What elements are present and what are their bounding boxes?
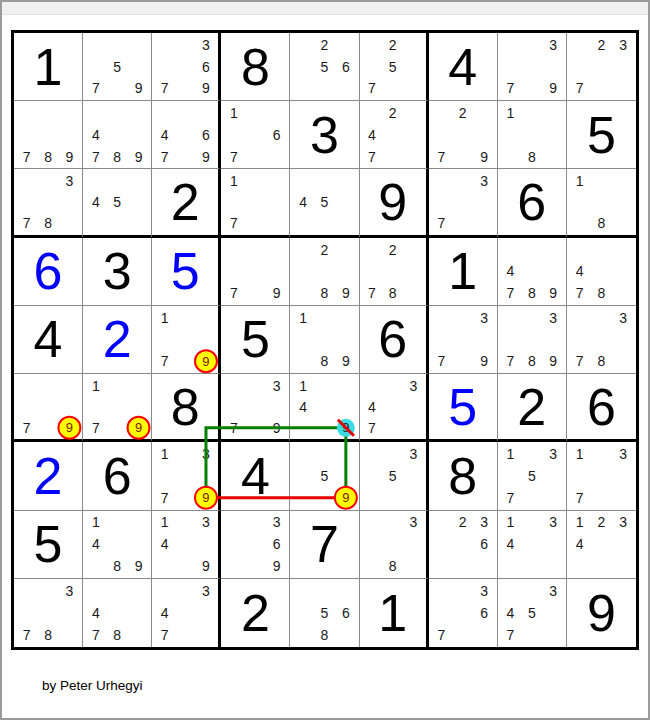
candidate-r2c1-4 xyxy=(16,124,37,146)
candidate-r8c7-9 xyxy=(473,555,494,577)
cell-r9c3[interactable]: 347 xyxy=(152,579,221,647)
candidate-r2c6-1 xyxy=(362,102,383,124)
candidate-r9c1-5 xyxy=(37,602,58,624)
candidate-r2c7-6 xyxy=(473,124,494,146)
cell-r2c9[interactable]: 5 xyxy=(567,101,636,169)
cell-r2c6[interactable]: 247 xyxy=(360,101,429,169)
candidate-r7c3-6 xyxy=(196,465,217,487)
candidate-r4c5-7 xyxy=(292,282,313,304)
candidate-r2c3-9: 9 xyxy=(196,146,217,168)
candidate-r2c7-3 xyxy=(473,102,494,124)
candidate-r7c9-6 xyxy=(612,465,634,487)
candidate-r2c2-1 xyxy=(85,102,106,124)
cell-r1c8[interactable]: 379 xyxy=(498,33,567,101)
cell-r5c8[interactable]: 3789 xyxy=(498,306,567,374)
candidate-r8c3-2 xyxy=(175,512,196,534)
candidate-r7c6-3: 3 xyxy=(403,443,424,465)
candidate-r6c1-3 xyxy=(59,375,80,396)
candidate-r7c9-8 xyxy=(591,487,613,509)
candidate-r8c3-6 xyxy=(196,533,217,555)
candidate-r3c5-5: 5 xyxy=(314,192,335,213)
candidate-r3c2-1 xyxy=(85,170,106,191)
candidate-r2c7-2: 2 xyxy=(452,102,473,124)
solved-digit-r4c1: 6 xyxy=(14,238,82,305)
candidate-r2c6-5 xyxy=(382,124,403,146)
cell-r5c9[interactable]: 378 xyxy=(567,306,636,374)
candidate-r2c8-4 xyxy=(500,124,521,146)
candidate-r2c8-5 xyxy=(521,124,542,146)
candidate-r1c3-4 xyxy=(154,56,175,78)
cell-r2c2[interactable]: 4789 xyxy=(83,101,152,169)
candidate-r2c2-7: 7 xyxy=(85,146,106,168)
pencil-marks-r5c8: 3789 xyxy=(498,306,566,373)
cell-r3c3[interactable]: 2 xyxy=(152,169,221,237)
candidate-r7c8-4 xyxy=(500,465,521,487)
cell-r6c3[interactable]: 8 xyxy=(152,374,221,442)
candidate-r1c5-1 xyxy=(292,34,313,56)
candidate-r8c8-5 xyxy=(521,533,542,555)
candidate-r1c9-1 xyxy=(569,34,591,56)
candidate-r1c3-1 xyxy=(154,34,175,56)
candidate-r8c4-6: 6 xyxy=(266,533,287,555)
pencil-marks-r9c8: 3457 xyxy=(498,579,566,647)
candidate-r8c7-7 xyxy=(431,555,452,577)
candidate-r4c5-5 xyxy=(314,260,335,282)
candidate-r4c4-9: 9 xyxy=(266,282,287,304)
candidate-r8c9-7 xyxy=(569,555,591,577)
cell-r8c1[interactable]: 5 xyxy=(14,511,83,579)
candidate-r6c4-2 xyxy=(245,375,266,396)
candidate-r6c1-2 xyxy=(37,375,58,396)
candidate-r5c5-2 xyxy=(314,307,335,329)
pencil-marks-r9c7: 367 xyxy=(429,579,497,647)
candidate-r3c5-7 xyxy=(292,213,313,234)
candidate-r3c5-6 xyxy=(335,192,356,213)
cell-r1c1[interactable]: 1 xyxy=(14,33,83,101)
cell-r8c5[interactable]: 7 xyxy=(290,511,359,579)
candidate-r2c1-8: 8 xyxy=(37,146,58,168)
candidate-r8c8-2 xyxy=(521,512,542,534)
candidate-r4c4-4 xyxy=(223,260,244,282)
candidate-r3c7-9 xyxy=(473,213,494,234)
candidate-r3c7-6 xyxy=(473,192,494,213)
cell-r2c5[interactable]: 3 xyxy=(290,101,359,169)
candidate-r9c5-4 xyxy=(292,602,313,624)
candidate-r3c2-9 xyxy=(128,213,149,234)
pencil-marks-r3c1: 378 xyxy=(14,169,82,234)
candidate-r1c6-3 xyxy=(403,34,424,56)
candidate-r8c6-9 xyxy=(403,555,424,577)
candidate-r2c2-3 xyxy=(128,102,149,124)
cell-r3c6[interactable]: 9 xyxy=(360,169,429,237)
cell-r7c9[interactable]: 137 xyxy=(567,442,636,510)
cell-r5c3[interactable]: 179 xyxy=(152,306,221,374)
candidate-r9c3-6 xyxy=(196,602,217,624)
candidate-r3c2-8 xyxy=(106,213,127,234)
candidate-r6c1-8 xyxy=(37,417,58,438)
candidate-r6c5-7 xyxy=(292,417,313,438)
cell-r8c7[interactable]: 236 xyxy=(429,511,498,579)
candidate-r7c3-1: 1 xyxy=(154,443,175,465)
pencil-marks-r5c7: 379 xyxy=(429,306,497,373)
cell-r7c6[interactable]: 35 xyxy=(360,442,429,510)
candidate-r2c2-2 xyxy=(106,102,127,124)
candidate-r6c4-6 xyxy=(266,396,287,417)
candidate-r6c2-8 xyxy=(106,417,127,438)
candidate-r9c5-1 xyxy=(292,580,313,602)
sudoku-window: 1579367982562574379237789478946791673247… xyxy=(0,0,650,720)
candidate-r8c3-7 xyxy=(154,555,175,577)
solved-digit-r3c6: 9 xyxy=(360,169,426,234)
candidate-r4c6-9 xyxy=(403,282,424,304)
cell-r7c8[interactable]: 1357 xyxy=(498,442,567,510)
candidate-r8c7-5 xyxy=(452,533,473,555)
cell-r4c9[interactable]: 478 xyxy=(567,238,636,306)
candidate-r8c2-7 xyxy=(85,555,106,577)
cell-r2c1[interactable]: 789 xyxy=(14,101,83,169)
candidate-r7c8-9 xyxy=(543,487,564,509)
candidate-r6c6-8 xyxy=(382,417,403,438)
candidate-r9c7-5 xyxy=(452,602,473,624)
candidate-r3c1-5 xyxy=(37,192,58,213)
candidate-r6c6-1 xyxy=(362,375,383,396)
pencil-marks-r2c1: 789 xyxy=(14,101,82,168)
pencil-marks-r5c5: 189 xyxy=(290,306,358,373)
cell-r6c9[interactable]: 6 xyxy=(567,374,636,442)
candidate-r2c6-9 xyxy=(403,146,424,168)
candidate-r2c4-2 xyxy=(245,102,266,124)
candidate-r4c5-6 xyxy=(335,260,356,282)
candidate-r9c2-1 xyxy=(85,580,106,602)
cell-r9c2[interactable]: 478 xyxy=(83,579,152,647)
candidate-r3c4-5 xyxy=(245,192,266,213)
candidate-r3c7-3: 3 xyxy=(473,170,494,191)
candidate-r2c6-7: 7 xyxy=(362,146,383,168)
pencil-marks-r9c3: 347 xyxy=(152,579,218,647)
window-top-bar xyxy=(2,2,648,15)
cell-r2c7[interactable]: 279 xyxy=(429,101,498,169)
cell-r3c8[interactable]: 6 xyxy=(498,169,567,237)
candidate-r4c8-7: 7 xyxy=(500,282,521,304)
candidate-r2c8-7 xyxy=(500,146,521,168)
candidate-r5c3-4 xyxy=(154,329,175,351)
solved-digit-r2c9: 5 xyxy=(567,101,636,168)
candidate-r2c1-6 xyxy=(59,124,80,146)
cell-r5c1[interactable]: 4 xyxy=(14,306,83,374)
candidate-r9c2-7: 7 xyxy=(85,624,106,646)
cell-r4c8[interactable]: 4789 xyxy=(498,238,567,306)
candidate-r5c8-5 xyxy=(521,329,542,351)
cell-r8c4[interactable]: 369 xyxy=(221,511,290,579)
candidate-r4c5-2: 2 xyxy=(314,239,335,261)
candidate-r6c2-2 xyxy=(106,375,127,396)
cell-r5c6[interactable]: 6 xyxy=(360,306,429,374)
candidate-r6c1-7: 7 xyxy=(16,417,37,438)
cell-r8c8[interactable]: 134 xyxy=(498,511,567,579)
candidate-r6c5-3 xyxy=(335,375,356,396)
candidate-r2c2-6 xyxy=(128,124,149,146)
solved-digit-r5c2: 2 xyxy=(83,306,151,373)
candidate-r9c1-7: 7 xyxy=(16,624,37,646)
cell-r3c5[interactable]: 45 xyxy=(290,169,359,237)
cell-r9c1[interactable]: 378 xyxy=(14,579,83,647)
candidate-r2c4-4 xyxy=(223,124,244,146)
solved-digit-r7c4: 4 xyxy=(221,442,289,509)
cell-r3c9[interactable]: 18 xyxy=(567,169,636,237)
candidate-r8c8-7 xyxy=(500,555,521,577)
candidate-r8c4-8 xyxy=(245,555,266,577)
cell-r2c4[interactable]: 167 xyxy=(221,101,290,169)
candidate-r4c6-2: 2 xyxy=(382,239,403,261)
candidate-r4c5-8: 8 xyxy=(314,282,335,304)
cell-r4c4[interactable]: 79 xyxy=(221,238,290,306)
candidate-r3c1-8: 8 xyxy=(37,213,58,234)
candidate-r1c8-7: 7 xyxy=(500,77,521,99)
cell-r9c6[interactable]: 1 xyxy=(360,579,429,647)
candidate-r3c9-6 xyxy=(612,192,634,213)
pencil-marks-r8c8: 134 xyxy=(498,511,566,578)
pencil-marks-r3c9: 18 xyxy=(567,169,636,234)
candidate-r8c6-2 xyxy=(382,512,403,534)
cell-r9c8[interactable]: 3457 xyxy=(498,579,567,647)
cell-r3c7[interactable]: 37 xyxy=(429,169,498,237)
candidate-r9c1-4 xyxy=(16,602,37,624)
candidate-r1c8-2 xyxy=(521,34,542,56)
cell-r8c9[interactable]: 1234 xyxy=(567,511,636,579)
cell-r4c2[interactable]: 3 xyxy=(83,238,152,306)
candidate-r8c8-9 xyxy=(543,555,564,577)
cell-r6c1[interactable]: 79 xyxy=(14,374,83,442)
candidate-r2c1-1 xyxy=(16,102,37,124)
pencil-marks-r2c2: 4789 xyxy=(83,101,151,168)
cell-r9c7[interactable]: 367 xyxy=(429,579,498,647)
cell-r1c3[interactable]: 3679 xyxy=(152,33,221,101)
pencil-marks-r8c2: 1489 xyxy=(83,511,151,578)
candidate-r9c5-8: 8 xyxy=(314,624,335,646)
candidate-r9c5-6: 6 xyxy=(335,602,356,624)
candidate-r4c9-3 xyxy=(612,239,634,261)
cell-r4c1[interactable]: 6 xyxy=(14,238,83,306)
candidate-r1c5-6: 6 xyxy=(335,56,356,78)
cell-r5c2[interactable]: 2 xyxy=(83,306,152,374)
candidate-r9c8-4: 4 xyxy=(500,602,521,624)
candidate-r5c3-6 xyxy=(196,329,217,351)
candidate-r9c8-8 xyxy=(521,624,542,646)
candidate-r3c2-7 xyxy=(85,213,106,234)
cell-r9c5[interactable]: 568 xyxy=(290,579,359,647)
candidate-r2c3-2 xyxy=(175,102,196,124)
cell-r6c8[interactable]: 2 xyxy=(498,374,567,442)
candidate-r2c4-1: 1 xyxy=(223,102,244,124)
candidate-r4c5-4 xyxy=(292,260,313,282)
candidate-r2c6-2: 2 xyxy=(382,102,403,124)
candidate-r4c9-4: 4 xyxy=(569,260,591,282)
pencil-marks-r1c5: 256 xyxy=(290,33,358,100)
cell-r7c2[interactable]: 6 xyxy=(83,442,152,510)
candidate-r2c2-9: 9 xyxy=(128,146,149,168)
candidate-r9c1-8: 8 xyxy=(37,624,58,646)
candidate-r8c4-1 xyxy=(223,512,244,534)
cell-r2c8[interactable]: 18 xyxy=(498,101,567,169)
candidate-r2c4-6: 6 xyxy=(266,124,287,146)
solved-digit-r1c4: 8 xyxy=(221,33,289,100)
cell-r1c5[interactable]: 256 xyxy=(290,33,359,101)
candidate-r9c8-6 xyxy=(543,602,564,624)
candidate-r4c6-8: 8 xyxy=(382,282,403,304)
candidate-r7c6-8 xyxy=(382,487,403,509)
candidate-r3c1-7: 7 xyxy=(16,213,37,234)
candidate-r5c8-6 xyxy=(543,329,564,351)
pencil-marks-r1c2: 579 xyxy=(83,33,151,100)
solved-digit-r6c3: 8 xyxy=(152,374,218,439)
candidate-r2c8-1: 1 xyxy=(500,102,521,124)
candidate-r8c2-9: 9 xyxy=(128,555,149,577)
candidate-r6c6-9 xyxy=(403,417,424,438)
candidate-r3c1-4 xyxy=(16,192,37,213)
cell-r8c3[interactable]: 1349 xyxy=(152,511,221,579)
solved-digit-r6c8: 2 xyxy=(498,374,566,439)
candidate-r7c9-4 xyxy=(569,465,591,487)
cell-r7c1[interactable]: 2 xyxy=(14,442,83,510)
candidate-r3c2-6 xyxy=(128,192,149,213)
pencil-marks-r8c3: 1349 xyxy=(152,511,218,578)
cell-r4c5[interactable]: 289 xyxy=(290,238,359,306)
candidate-r5c5-9: 9 xyxy=(335,350,356,372)
cell-r1c4[interactable]: 8 xyxy=(221,33,290,101)
candidate-r8c8-1: 1 xyxy=(500,512,521,534)
candidate-r7c8-1: 1 xyxy=(500,443,521,465)
cell-r9c4[interactable]: 2 xyxy=(221,579,290,647)
candidate-r4c9-9 xyxy=(612,282,634,304)
cell-r6c5[interactable]: 149 xyxy=(290,374,359,442)
candidate-r7c5-7 xyxy=(292,487,313,509)
candidate-r6c6-6 xyxy=(403,396,424,417)
candidate-r8c4-4 xyxy=(223,533,244,555)
cell-r8c2[interactable]: 1489 xyxy=(83,511,152,579)
solved-digit-r3c8: 6 xyxy=(498,169,566,234)
candidate-r1c8-5 xyxy=(521,56,542,78)
candidate-r9c3-4: 4 xyxy=(154,602,175,624)
cell-r9c9[interactable]: 9 xyxy=(567,579,636,647)
solved-digit-r4c2: 3 xyxy=(83,238,151,305)
candidate-r6c6-3: 3 xyxy=(403,375,424,396)
candidate-r6c4-8 xyxy=(245,417,266,438)
cell-r3c4[interactable]: 17 xyxy=(221,169,290,237)
cell-r7c7[interactable]: 8 xyxy=(429,442,498,510)
cell-r6c4[interactable]: 379 xyxy=(221,374,290,442)
candidate-r9c8-3: 3 xyxy=(543,580,564,602)
candidate-r4c8-9: 9 xyxy=(543,282,564,304)
candidate-r9c5-9 xyxy=(335,624,356,646)
candidate-r1c3-7: 7 xyxy=(154,77,175,99)
candidate-r1c9-9 xyxy=(612,77,634,99)
candidate-r8c9-6 xyxy=(612,533,634,555)
cell-r1c2[interactable]: 579 xyxy=(83,33,152,101)
cell-r4c3[interactable]: 5 xyxy=(152,238,221,306)
cell-r7c5[interactable]: 59 xyxy=(290,442,359,510)
candidate-r1c9-6 xyxy=(612,56,634,78)
candidate-r1c3-8 xyxy=(175,77,196,99)
candidate-r1c5-7 xyxy=(292,77,313,99)
solved-digit-r1c1: 1 xyxy=(14,33,82,100)
cell-r5c7[interactable]: 379 xyxy=(429,306,498,374)
candidate-r6c1-6 xyxy=(59,396,80,417)
candidate-r1c2-3 xyxy=(128,34,149,56)
cell-r4c6[interactable]: 278 xyxy=(360,238,429,306)
candidate-r7c6-1 xyxy=(362,443,383,465)
cell-r2c3[interactable]: 4679 xyxy=(152,101,221,169)
candidate-r6c1-1 xyxy=(16,375,37,396)
candidate-r8c4-5 xyxy=(245,533,266,555)
candidate-r9c5-7 xyxy=(292,624,313,646)
candidate-r7c9-7: 7 xyxy=(569,487,591,509)
candidate-r3c9-5 xyxy=(591,192,613,213)
candidate-r4c9-1 xyxy=(569,239,591,261)
candidate-r9c3-7: 7 xyxy=(154,624,175,646)
cell-r4c7[interactable]: 1 xyxy=(429,238,498,306)
candidate-r5c5-7 xyxy=(292,350,313,372)
cell-r3c1[interactable]: 378 xyxy=(14,169,83,237)
candidate-r1c9-2: 2 xyxy=(591,34,613,56)
candidate-r4c5-3 xyxy=(335,239,356,261)
candidate-r5c9-4 xyxy=(569,329,591,351)
cell-r5c5[interactable]: 189 xyxy=(290,306,359,374)
cell-r7c3[interactable]: 1379 xyxy=(152,442,221,510)
candidate-r2c3-3 xyxy=(196,102,217,124)
cell-r1c6[interactable]: 257 xyxy=(360,33,429,101)
candidate-r7c8-3: 3 xyxy=(543,443,564,465)
candidate-r5c8-3: 3 xyxy=(543,307,564,329)
cell-r8c6[interactable]: 38 xyxy=(360,511,429,579)
candidate-r9c1-1 xyxy=(16,580,37,602)
candidate-r5c9-9 xyxy=(612,350,634,372)
cell-r3c2[interactable]: 45 xyxy=(83,169,152,237)
candidate-r2c7-7: 7 xyxy=(431,146,452,168)
cell-r5c4[interactable]: 5 xyxy=(221,306,290,374)
candidate-r6c4-1 xyxy=(223,375,244,396)
candidate-r3c5-4: 4 xyxy=(292,192,313,213)
candidate-r6c6-7: 7 xyxy=(362,417,383,438)
candidate-r4c9-6 xyxy=(612,260,634,282)
cell-r1c9[interactable]: 237 xyxy=(567,33,636,101)
cell-r1c7[interactable]: 4 xyxy=(429,33,498,101)
cell-r6c7[interactable]: 5 xyxy=(429,374,498,442)
candidate-r1c6-4 xyxy=(362,56,383,78)
candidate-r5c3-1: 1 xyxy=(154,307,175,329)
candidate-r5c7-1 xyxy=(431,307,452,329)
candidate-r1c2-2 xyxy=(106,34,127,56)
candidate-r9c2-9 xyxy=(128,624,149,646)
candidate-r3c2-5: 5 xyxy=(106,192,127,213)
candidate-r1c5-2: 2 xyxy=(314,34,335,56)
candidate-r9c2-4: 4 xyxy=(85,602,106,624)
candidate-r9c5-2 xyxy=(314,580,335,602)
candidate-r4c8-1 xyxy=(500,239,521,261)
candidate-r6c5-8 xyxy=(314,417,335,438)
cell-r6c6[interactable]: 347 xyxy=(360,374,429,442)
candidate-r1c8-9: 9 xyxy=(543,77,564,99)
candidate-r9c7-2 xyxy=(452,580,473,602)
candidate-r1c6-7: 7 xyxy=(362,77,383,99)
candidate-r5c9-3: 3 xyxy=(612,307,634,329)
candidate-r9c5-3 xyxy=(335,580,356,602)
candidate-r9c8-1 xyxy=(500,580,521,602)
candidate-r4c8-6 xyxy=(543,260,564,282)
candidate-r2c7-8 xyxy=(452,146,473,168)
candidate-r8c2-1: 1 xyxy=(85,512,106,534)
cell-r7c4[interactable]: 4 xyxy=(221,442,290,510)
cell-r6c2[interactable]: 179 xyxy=(83,374,152,442)
